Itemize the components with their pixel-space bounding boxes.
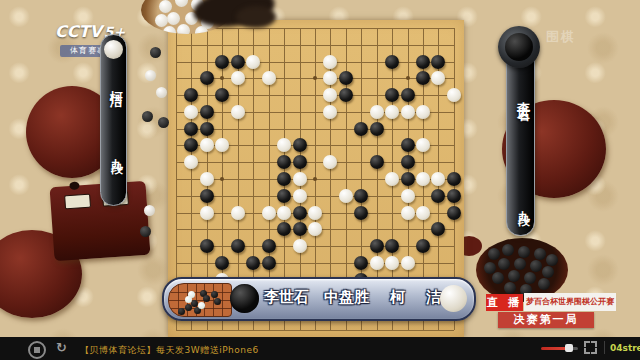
white-stone-icon [104, 40, 123, 59]
bowl-black-stone [492, 272, 504, 284]
black-stone [200, 122, 214, 136]
mini-white-stone [185, 296, 192, 303]
video-frame: CCTV5+ 体育赛事 围棋 柯洁 九段 李世石 九段 李世石 中盘胜 柯 洁 … [0, 0, 640, 360]
white-stone [385, 172, 399, 186]
black-stone [262, 256, 276, 270]
black-stone-icon [230, 284, 259, 313]
player-plate-left: 柯洁 九段 [100, 34, 127, 206]
black-stone [416, 239, 430, 253]
table-black-stone [150, 47, 161, 58]
bowl-black-stone [508, 270, 520, 282]
bowl-black-stone [514, 258, 526, 270]
table-black-stone [140, 226, 151, 237]
stop-icon[interactable] [28, 341, 46, 359]
bowl-black-stone [542, 266, 554, 278]
black-stone [416, 71, 430, 85]
black-stone [184, 88, 198, 102]
table-white-stone [144, 205, 155, 216]
grid-line-h [176, 246, 454, 247]
white-stone [370, 256, 384, 270]
refresh-icon[interactable]: ↻ [56, 340, 67, 355]
white-stone [308, 222, 322, 236]
black-stone [184, 122, 198, 136]
white-stone [293, 239, 307, 253]
player-hand-shadow [236, 6, 276, 28]
black-stone [215, 88, 229, 102]
mini-black-stone [211, 291, 218, 298]
white-stone [370, 105, 384, 119]
black-stone [262, 239, 276, 253]
black-stone [200, 189, 214, 203]
star-point [220, 76, 224, 80]
black-stone [293, 138, 307, 152]
mini-black-stone [203, 295, 210, 302]
player-rank-right: 九段 [515, 201, 532, 207]
white-stone [401, 256, 415, 270]
black-stone [339, 71, 353, 85]
black-stone [431, 189, 445, 203]
star-point [313, 177, 317, 181]
black-stone [277, 222, 291, 236]
mini-black-stone [178, 308, 185, 315]
black-stone [447, 206, 461, 220]
bowl-black-stone [524, 272, 536, 284]
volume-knob[interactable] [565, 344, 573, 352]
black-stone [447, 189, 461, 203]
mini-black-stone [185, 304, 192, 311]
white-stone [215, 138, 229, 152]
white-stone [431, 172, 445, 186]
white-stone [323, 155, 337, 169]
black-stone-ring [498, 26, 540, 68]
black-stone [215, 55, 229, 69]
cctv-logo-text: CCTV [55, 22, 102, 41]
white-stone [447, 88, 461, 102]
black-stone [416, 55, 430, 69]
event-title: 梦百合杯世界围棋公开赛 [524, 293, 616, 311]
clock-display-left [64, 194, 91, 210]
black-stone [401, 88, 415, 102]
bowl-black-stone [504, 282, 516, 294]
black-stone [200, 71, 214, 85]
ticker-text: 【贝博体育论坛】每天发3W赠送iPhone6 [80, 344, 259, 357]
mini-black-stone [214, 298, 221, 305]
white-stone [308, 206, 322, 220]
white-stone [416, 206, 430, 220]
black-stone [401, 138, 415, 152]
black-stone [401, 172, 415, 186]
white-stone [416, 172, 430, 186]
white-stone [184, 105, 198, 119]
broadcast-watermark: 围棋 [546, 28, 576, 46]
bowl-black-stone [534, 248, 546, 260]
black-stone [447, 172, 461, 186]
black-stone [231, 55, 245, 69]
bowl-black-stone [538, 278, 550, 290]
black-stone [215, 256, 229, 270]
mini-black-stone [191, 300, 198, 307]
black-stone [354, 256, 368, 270]
black-stone [385, 55, 399, 69]
grid-line-h [176, 330, 454, 331]
result-text: 中盘胜 [324, 288, 369, 307]
fullscreen-icon[interactable] [584, 341, 597, 354]
table-black-stone [158, 117, 169, 128]
bowl-black-stone [530, 260, 542, 272]
white-stone [416, 138, 430, 152]
white-stone [401, 105, 415, 119]
white-stone [231, 71, 245, 85]
black-stone [200, 105, 214, 119]
black-stone [293, 222, 307, 236]
white-stone [277, 206, 291, 220]
bowl-white-stone [177, 24, 190, 34]
mini-goban-graphic [168, 283, 232, 317]
table-black-stone [142, 111, 153, 122]
white-stone [231, 105, 245, 119]
star-point [406, 76, 410, 80]
live-badge: 直 播 [486, 294, 523, 311]
player-rank-left: 九段 [108, 149, 125, 155]
black-stone [184, 138, 198, 152]
black-stone [277, 155, 291, 169]
white-stone [231, 206, 245, 220]
white-stone [385, 105, 399, 119]
white-stone [262, 71, 276, 85]
black-stone [370, 239, 384, 253]
table-white-stone [156, 87, 167, 98]
white-stone [200, 172, 214, 186]
round-title: 决赛第一局 [498, 312, 594, 328]
black-stone [293, 206, 307, 220]
white-stone [262, 206, 276, 220]
white-stone [385, 256, 399, 270]
black-stone [277, 189, 291, 203]
white-stone [401, 206, 415, 220]
white-stone [200, 206, 214, 220]
black-stone [431, 222, 445, 236]
table-white-stone [145, 70, 156, 81]
black-stone [385, 239, 399, 253]
black-stone [339, 88, 353, 102]
black-stone-icon [505, 33, 533, 61]
white-stone [200, 138, 214, 152]
black-stone [354, 189, 368, 203]
bowl-white-stone [159, 0, 172, 13]
result-black-player: 李世石 [264, 288, 309, 307]
black-stone [354, 206, 368, 220]
black-stone [293, 155, 307, 169]
white-stone [431, 71, 445, 85]
bowl-black-stone [488, 248, 500, 260]
player-name-right: 李世石 [514, 91, 532, 103]
site-watermark: 04stream.tv [610, 343, 640, 353]
clock-button-left [69, 181, 80, 190]
black-stone [354, 122, 368, 136]
white-stone [246, 55, 260, 69]
white-stone-icon [440, 285, 467, 312]
black-stone [200, 239, 214, 253]
control-divider [604, 341, 605, 354]
white-stone [323, 55, 337, 69]
star-point [220, 177, 224, 181]
bowl-black-stone [518, 246, 530, 258]
bowl-white-stone [167, 12, 180, 25]
bowl-white-stone [155, 14, 168, 27]
star-point [313, 76, 317, 80]
mini-white-stone [198, 302, 205, 309]
white-stone [401, 189, 415, 203]
white-stone [184, 155, 198, 169]
black-stone [385, 88, 399, 102]
white-stone [323, 88, 337, 102]
black-stone [246, 256, 260, 270]
bowl-white-stone [175, 0, 188, 7]
white-stone [293, 189, 307, 203]
white-stone [277, 138, 291, 152]
black-stone [401, 155, 415, 169]
white-stone [323, 105, 337, 119]
bowl-black-stone [498, 258, 510, 270]
black-stone [231, 239, 245, 253]
mini-grid-line-h [169, 300, 231, 301]
white-stone [293, 172, 307, 186]
white-stone [323, 71, 337, 85]
bowl-black-stone [502, 244, 514, 256]
white-stone [339, 189, 353, 203]
black-stone [277, 172, 291, 186]
result-banner: 李世石 中盘胜 柯 洁 [162, 277, 476, 321]
black-stone [431, 55, 445, 69]
black-stone [370, 155, 384, 169]
white-stone [416, 105, 430, 119]
bowl-black-stone [546, 254, 558, 266]
black-stone [370, 122, 384, 136]
player-name-left: 柯洁 [107, 79, 125, 87]
